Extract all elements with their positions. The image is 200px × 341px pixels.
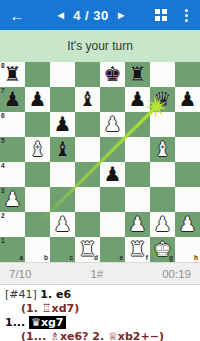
move-text: (1... ♗xe6? 2. ♕xb2+−) xyxy=(21,330,164,341)
black-king: ♚ xyxy=(100,62,125,87)
square-c7[interactable] xyxy=(50,87,75,112)
back-button[interactable]: ← xyxy=(0,7,34,24)
square-e3[interactable] xyxy=(100,187,125,212)
square-d3[interactable] xyxy=(75,187,100,212)
square-g1[interactable]: g♚ xyxy=(150,237,175,262)
square-a4[interactable]: 4 xyxy=(0,162,25,187)
black-queen: ♛ xyxy=(150,87,175,112)
white-pawn: ♟ xyxy=(125,212,150,237)
goal-label: 1# xyxy=(31,268,162,280)
square-h4[interactable] xyxy=(175,162,200,187)
square-f1[interactable]: f♜ xyxy=(125,237,150,262)
rank-label-1: 1 xyxy=(1,238,5,245)
square-a6[interactable]: 6 xyxy=(0,112,25,137)
rank-label-8: 8 xyxy=(1,63,5,70)
notation-line-4: (1... ♗xe6? 2. ♕xb2+−) xyxy=(5,330,195,341)
rank-label-5: 5 xyxy=(1,138,5,145)
file-label-e: e xyxy=(119,255,123,262)
prev-puzzle-button[interactable]: ◄ xyxy=(55,10,66,21)
turn-banner: It's your turn xyxy=(0,30,200,62)
square-e1[interactable]: e xyxy=(100,237,125,262)
file-label-c: c xyxy=(69,255,73,262)
file-label-b: b xyxy=(44,255,48,262)
square-d7[interactable]: ♝ xyxy=(75,87,100,112)
score-label: 7/10 xyxy=(9,268,31,280)
square-c3[interactable] xyxy=(50,187,75,212)
square-b2[interactable] xyxy=(25,212,50,237)
square-g4[interactable] xyxy=(150,162,175,187)
square-f3[interactable] xyxy=(125,187,150,212)
vertical-dots-icon xyxy=(185,9,188,12)
square-f4[interactable] xyxy=(125,162,150,187)
square-h3[interactable] xyxy=(175,187,200,212)
square-a7[interactable]: 7♟ xyxy=(0,87,25,112)
move-text: [#41] xyxy=(5,288,40,301)
move-text: (1. ♖xd7) xyxy=(21,302,79,315)
file-label-d: d xyxy=(94,255,98,262)
square-c6[interactable]: ♟ xyxy=(50,112,75,137)
square-a8[interactable]: 8♜ xyxy=(0,62,25,87)
file-label-h: h xyxy=(194,255,198,262)
puzzle-list-button[interactable] xyxy=(148,9,174,21)
square-b5[interactable]: ♝ xyxy=(25,137,50,162)
square-d6[interactable] xyxy=(75,112,100,137)
square-d8[interactable] xyxy=(75,62,100,87)
white-bishop: ♝ xyxy=(25,137,50,162)
square-h7[interactable]: ♟ xyxy=(175,87,200,112)
square-c2[interactable]: ♟ xyxy=(50,212,75,237)
move-notation: [#41] 1. e6(1. ♖xd7)1... ♛xg7(1... ♗xe6?… xyxy=(0,285,200,341)
notation-line-3: 1... ♛xg7 xyxy=(5,316,195,330)
square-c4[interactable] xyxy=(50,162,75,187)
black-pawn: ♟ xyxy=(125,87,150,112)
file-label-a: a xyxy=(19,255,23,262)
square-f6[interactable] xyxy=(125,112,150,137)
black-pawn: ♟ xyxy=(25,87,50,112)
timer-label: 00:19 xyxy=(162,268,191,280)
square-b6[interactable] xyxy=(25,112,50,137)
square-b4[interactable] xyxy=(25,162,50,187)
rank-label-7: 7 xyxy=(1,88,5,95)
square-e8[interactable]: ♚ xyxy=(100,62,125,87)
square-h6[interactable] xyxy=(175,112,200,137)
black-pawn: ♟ xyxy=(175,87,200,112)
square-c8[interactable] xyxy=(50,62,75,87)
back-arrow-icon: ← xyxy=(10,7,25,24)
square-b8[interactable] xyxy=(25,62,50,87)
black-bishop: ♝ xyxy=(75,87,100,112)
square-d1[interactable]: d♜ xyxy=(75,237,100,262)
rank-label-3: 3 xyxy=(1,188,5,195)
square-a5[interactable]: 5 xyxy=(0,137,25,162)
rank-label-6: 6 xyxy=(1,113,5,120)
square-e4[interactable]: ♟ xyxy=(100,162,125,187)
square-e6[interactable]: ♟ xyxy=(100,112,125,137)
square-h8[interactable] xyxy=(175,62,200,87)
chess-board: 8♜♚♜7♟♟♝♟♛♟6♟♟5♝♝♝4♟3♟2♟♟♟♟1abcd♜ef♜g♚h xyxy=(0,62,200,262)
status-bar: 7/10 1# 00:19 xyxy=(0,262,200,285)
square-h2[interactable]: ♟ xyxy=(175,212,200,237)
board-grid: 8♜♚♜7♟♟♝♟♛♟6♟♟5♝♝♝4♟3♟2♟♟♟♟1abcd♜ef♜g♚h xyxy=(0,62,200,262)
move-text: 1. e6 xyxy=(40,288,71,301)
app-bar: ← ◄ 4 / 30 ► xyxy=(0,0,200,30)
next-puzzle-button[interactable]: ► xyxy=(116,10,127,21)
white-pawn: ♟ xyxy=(50,212,75,237)
file-label-g: g xyxy=(169,255,173,262)
overflow-menu-button[interactable] xyxy=(174,9,198,22)
square-b3[interactable] xyxy=(25,187,50,212)
square-a2[interactable]: 2 xyxy=(0,212,25,237)
square-g8[interactable] xyxy=(150,62,175,87)
turn-banner-text: It's your turn xyxy=(67,39,133,53)
puzzle-counter: 4 / 30 xyxy=(73,8,109,23)
puzzle-navigation: ◄ 4 / 30 ► xyxy=(34,8,148,23)
black-bishop: ♝ xyxy=(50,137,75,162)
current-move[interactable]: ♛xg7 xyxy=(29,316,65,329)
square-h5[interactable] xyxy=(175,137,200,162)
square-e5[interactable] xyxy=(100,137,125,162)
square-g7[interactable]: ♛ xyxy=(150,87,175,112)
white-pawn: ♟ xyxy=(150,212,175,237)
square-g6[interactable] xyxy=(150,112,175,137)
rank-label-2: 2 xyxy=(1,213,5,220)
notation-line-2: (1. ♖xd7) xyxy=(5,302,195,316)
square-g3[interactable] xyxy=(150,187,175,212)
apps-grid-icon xyxy=(155,9,167,21)
white-pawn: ♟ xyxy=(175,212,200,237)
square-b1[interactable]: b xyxy=(25,237,50,262)
square-d4[interactable] xyxy=(75,162,100,187)
white-bishop: ♝ xyxy=(150,137,175,162)
square-d5[interactable] xyxy=(75,137,100,162)
square-f2[interactable]: ♟ xyxy=(125,212,150,237)
square-h1[interactable]: h xyxy=(175,237,200,262)
square-e7[interactable] xyxy=(100,87,125,112)
notation-line-1: [#41] 1. e6 xyxy=(5,288,195,302)
square-e2[interactable] xyxy=(100,212,125,237)
white-pawn: ♟ xyxy=(100,112,125,137)
file-label-f: f xyxy=(146,255,148,262)
square-g5[interactable]: ♝ xyxy=(150,137,175,162)
square-a3[interactable]: 3♟ xyxy=(0,187,25,212)
square-c5[interactable]: ♝ xyxy=(50,137,75,162)
move-text: 1... xyxy=(5,316,29,329)
square-b7[interactable]: ♟ xyxy=(25,87,50,112)
rank-label-4: 4 xyxy=(1,163,5,170)
black-pawn: ♟ xyxy=(100,162,125,187)
black-pawn: ♟ xyxy=(50,112,75,137)
square-d2[interactable] xyxy=(75,212,100,237)
black-rook: ♜ xyxy=(125,62,150,87)
square-f7[interactable]: ♟ xyxy=(125,87,150,112)
square-c1[interactable]: c xyxy=(50,237,75,262)
square-a1[interactable]: 1a xyxy=(0,237,25,262)
square-f5[interactable] xyxy=(125,137,150,162)
square-g2[interactable]: ♟ xyxy=(150,212,175,237)
square-f8[interactable]: ♜ xyxy=(125,62,150,87)
